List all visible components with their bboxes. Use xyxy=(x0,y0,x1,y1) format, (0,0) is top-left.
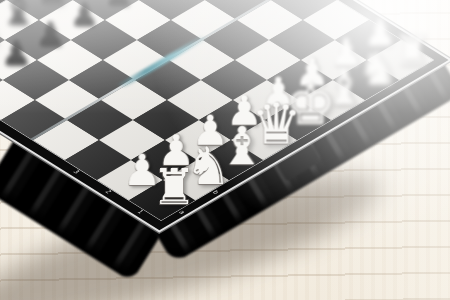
white-pawn-e2: ♟ xyxy=(258,72,298,112)
white-queen-d1: ♛ xyxy=(248,96,306,154)
white-king-e1: ♚ xyxy=(281,75,339,133)
white-rook-a1: ♜ xyxy=(149,162,200,213)
black-bishop-c8: ♝ xyxy=(0,0,40,32)
white-pawn-b2: ♟ xyxy=(155,129,198,172)
black-pawn-e7: ♟ xyxy=(102,0,134,11)
photo-scene: 123ab ♜♞♝♛♚♝♞♜♟♟♟♟♟♟♟♟♟♟♟♟♟♟♟♟♜♞♝♛♚♝♞♜ xyxy=(0,0,450,300)
black-pawn-b7: ♟ xyxy=(0,36,34,71)
white-bishop-c1: ♝ xyxy=(215,119,269,173)
black-pawn-d7: ♟ xyxy=(68,0,101,31)
black-knight-b8: ♞ xyxy=(0,9,6,52)
black-pawn-c7: ♟ xyxy=(33,17,67,51)
white-pawn-d2: ♟ xyxy=(224,91,265,132)
black-queen-d8: ♛ xyxy=(29,0,75,12)
white-pawn-g2: ♟ xyxy=(327,33,365,71)
white-pawn-f2: ♟ xyxy=(293,52,332,91)
white-pawn-c2: ♟ xyxy=(189,110,231,152)
white-knight-b1: ♞ xyxy=(182,140,235,193)
white-pawn-a2: ♟ xyxy=(120,148,164,192)
white-bishop-f1: ♝ xyxy=(319,63,369,113)
white-knight-g1: ♞ xyxy=(355,45,402,92)
